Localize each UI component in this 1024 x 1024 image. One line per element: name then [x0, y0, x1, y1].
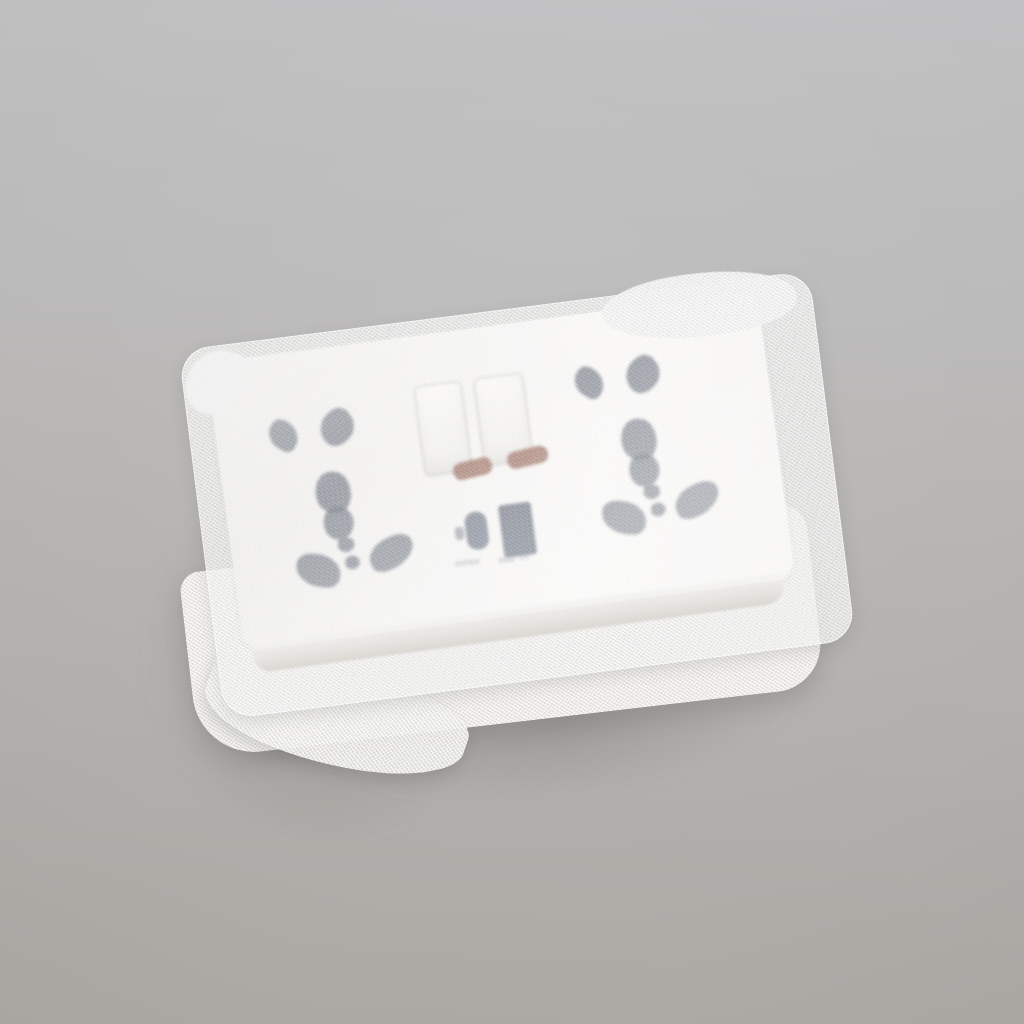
wrapped-socket-package: 5V/3A TYPE-C 5V/2.4A USB: [165, 275, 865, 775]
product-photo-scene: 5V/3A TYPE-C 5V/2.4A USB: [0, 0, 1024, 1024]
